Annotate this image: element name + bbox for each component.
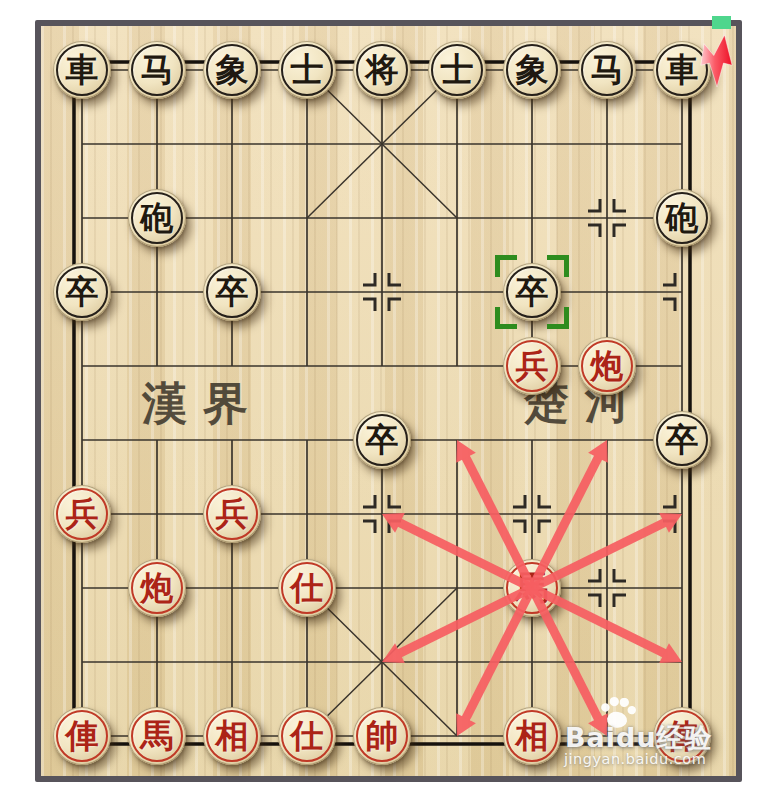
piece-black-elephant-c7r1[interactable]: 象 — [503, 41, 561, 99]
piece-glyph: 兵 — [53, 485, 111, 543]
piece-glyph: 兵 — [503, 337, 561, 395]
piece-glyph: 卒 — [353, 411, 411, 469]
piece-glyph: 馬 — [503, 559, 561, 617]
piece-red-advisor-c4r8[interactable]: 仕 — [278, 559, 336, 617]
piece-black-soldier-c3r4[interactable]: 卒 — [203, 263, 261, 321]
piece-glyph: 俥 — [53, 707, 111, 765]
piece-glyph: 炮 — [128, 559, 186, 617]
piece-glyph: 将 — [353, 41, 411, 99]
piece-glyph: 象 — [503, 41, 561, 99]
piece-red-cannon-c2r8[interactable]: 炮 — [128, 559, 186, 617]
piece-glyph: 马 — [128, 41, 186, 99]
piece-black-horse-c2r1[interactable]: 马 — [128, 41, 186, 99]
piece-glyph: 相 — [203, 707, 261, 765]
piece-glyph: 馬 — [128, 707, 186, 765]
piece-glyph: 卒 — [53, 263, 111, 321]
piece-black-cannon-c2r3[interactable]: 砲 — [128, 189, 186, 247]
piece-glyph: 相 — [503, 707, 561, 765]
piece-glyph: 仕 — [278, 707, 336, 765]
piece-red-soldier-c7r5[interactable]: 兵 — [503, 337, 561, 395]
piece-black-advisor-c6r1[interactable]: 士 — [428, 41, 486, 99]
piece-red-chariot-c9r10[interactable]: 俥 — [653, 707, 711, 765]
piece-red-horse-c2r10[interactable]: 馬 — [128, 707, 186, 765]
piece-black-soldier-c9r6[interactable]: 卒 — [653, 411, 711, 469]
piece-glyph: 马 — [578, 41, 636, 99]
piece-glyph: 卒 — [203, 263, 261, 321]
piece-red-horse-c7r8[interactable]: 馬 — [503, 559, 561, 617]
river-label-left: 漢界 — [142, 374, 264, 434]
piece-glyph: 仕 — [278, 559, 336, 617]
piece-red-elephant-c7r10[interactable]: 相 — [503, 707, 561, 765]
piece-red-chariot-c1r10[interactable]: 俥 — [53, 707, 111, 765]
piece-glyph: 車 — [53, 41, 111, 99]
piece-black-advisor-c4r1[interactable]: 士 — [278, 41, 336, 99]
piece-glyph: 卒 — [503, 263, 561, 321]
piece-black-chariot-c1r1[interactable]: 車 — [53, 41, 111, 99]
piece-red-soldier-c3r7[interactable]: 兵 — [203, 485, 261, 543]
piece-black-elephant-c3r1[interactable]: 象 — [203, 41, 261, 99]
piece-glyph: 象 — [203, 41, 261, 99]
piece-glyph: 士 — [428, 41, 486, 99]
piece-glyph: 俥 — [653, 707, 711, 765]
green-square-indicator — [712, 16, 731, 29]
piece-red-soldier-c1r7[interactable]: 兵 — [53, 485, 111, 543]
piece-black-soldier-c1r4[interactable]: 卒 — [53, 263, 111, 321]
piece-glyph: 士 — [278, 41, 336, 99]
piece-black-horse-c8r1[interactable]: 马 — [578, 41, 636, 99]
piece-black-cannon-c9r3[interactable]: 砲 — [653, 189, 711, 247]
piece-black-soldier-c5r6[interactable]: 卒 — [353, 411, 411, 469]
piece-glyph: 炮 — [578, 337, 636, 395]
piece-glyph: 卒 — [653, 411, 711, 469]
screenshot-canvas: 漢界 楚河 車马象士将士象马車砲砲卒卒卒卒卒兵炮兵兵炮仕馬俥馬相仕帥相俥 Bai… — [0, 0, 783, 799]
piece-red-cannon-c8r5[interactable]: 炮 — [578, 337, 636, 395]
piece-glyph: 砲 — [128, 189, 186, 247]
piece-black-soldier-c7r4[interactable]: 卒 — [503, 263, 561, 321]
piece-black-general-c5r1[interactable]: 将 — [353, 41, 411, 99]
piece-glyph: 兵 — [203, 485, 261, 543]
red-down-arrow-icon — [700, 35, 734, 89]
piece-red-general-c5r10[interactable]: 帥 — [353, 707, 411, 765]
piece-glyph: 帥 — [353, 707, 411, 765]
piece-red-elephant-c3r10[interactable]: 相 — [203, 707, 261, 765]
piece-red-advisor-c4r10[interactable]: 仕 — [278, 707, 336, 765]
piece-glyph: 砲 — [653, 189, 711, 247]
